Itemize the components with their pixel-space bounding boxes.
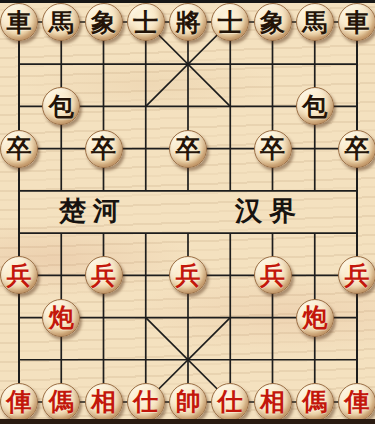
piece-red-soldier-g4[interactable]: 兵 xyxy=(254,256,292,294)
piece-black-elephant-c10[interactable]: 象 xyxy=(85,3,123,41)
piece-red-advisor-d1[interactable]: 仕 xyxy=(127,383,165,421)
piece-red-advisor-f1[interactable]: 仕 xyxy=(211,383,249,421)
piece-red-general-e1[interactable]: 帥 xyxy=(169,383,207,421)
piece-red-soldier-c4[interactable]: 兵 xyxy=(85,256,123,294)
piece-black-soldier-a7[interactable]: 卒 xyxy=(0,130,38,168)
xiangqi-board: 楚河 汉界 車馬象士將士象馬車包包卒卒卒卒卒兵兵兵兵兵炮炮俥傌相仕帥仕相傌俥 xyxy=(0,0,375,424)
piece-black-soldier-g7[interactable]: 卒 xyxy=(254,130,292,168)
piece-red-elephant-g1[interactable]: 相 xyxy=(254,383,292,421)
piece-black-general-e10[interactable]: 將 xyxy=(169,3,207,41)
piece-black-horse-b10[interactable]: 馬 xyxy=(42,3,80,41)
piece-red-cannon-b3[interactable]: 炮 xyxy=(42,299,80,337)
river-label-left: 楚河 xyxy=(59,193,127,229)
piece-black-soldier-e7[interactable]: 卒 xyxy=(169,130,207,168)
piece-red-horse-h1[interactable]: 傌 xyxy=(296,383,334,421)
piece-black-advisor-d10[interactable]: 士 xyxy=(127,3,165,41)
piece-red-chariot-i1[interactable]: 俥 xyxy=(338,383,375,421)
piece-black-chariot-i10[interactable]: 車 xyxy=(338,3,375,41)
river-label-right: 汉界 xyxy=(235,193,303,229)
piece-red-horse-b1[interactable]: 傌 xyxy=(42,383,80,421)
piece-black-cannon-h8[interactable]: 包 xyxy=(296,87,334,125)
board-grid-lines xyxy=(0,0,375,424)
piece-red-elephant-c1[interactable]: 相 xyxy=(85,383,123,421)
piece-black-chariot-a10[interactable]: 車 xyxy=(0,3,38,41)
piece-black-advisor-f10[interactable]: 士 xyxy=(211,3,249,41)
bottom-border-bar xyxy=(0,419,375,424)
piece-black-soldier-c7[interactable]: 卒 xyxy=(85,130,123,168)
piece-black-horse-h10[interactable]: 馬 xyxy=(296,3,334,41)
piece-black-soldier-i7[interactable]: 卒 xyxy=(338,130,375,168)
piece-red-soldier-i4[interactable]: 兵 xyxy=(338,256,375,294)
piece-red-cannon-h3[interactable]: 炮 xyxy=(296,299,334,337)
piece-red-chariot-a1[interactable]: 俥 xyxy=(0,383,38,421)
piece-black-elephant-g10[interactable]: 象 xyxy=(254,3,292,41)
